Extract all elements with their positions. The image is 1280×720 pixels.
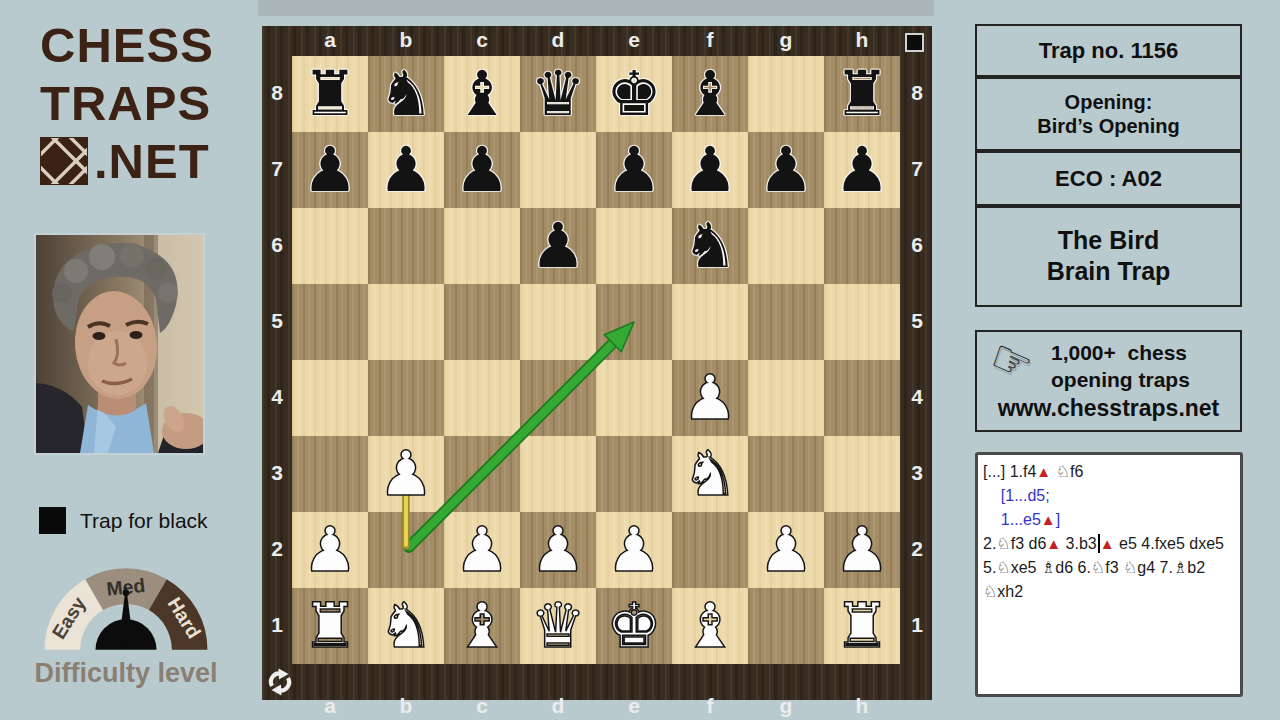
square-d4	[520, 360, 596, 436]
square-a6	[292, 208, 368, 284]
square-f4	[672, 360, 748, 436]
logo-net: .NET	[94, 132, 210, 190]
file-label-bottom-e: e	[619, 694, 649, 718]
logo-line-1: CHESS	[40, 16, 214, 74]
file-label-bottom-g: g	[771, 694, 801, 718]
square-c5	[444, 284, 520, 360]
rank-label-left-6: 6	[262, 233, 292, 257]
square-f3	[672, 436, 748, 512]
square-b2	[368, 512, 444, 588]
square-b4	[368, 360, 444, 436]
square-a2	[292, 512, 368, 588]
file-label-top-a: a	[315, 28, 345, 52]
move-text: e5 4.fxe5 dxe5	[1115, 535, 1224, 552]
square-c4	[444, 360, 520, 436]
file-label-bottom-d: d	[543, 694, 573, 718]
file-label-top-d: d	[543, 28, 573, 52]
rank-label-right-4: 4	[902, 385, 932, 409]
square-c3	[444, 436, 520, 512]
eco-box: ECO : A02	[975, 151, 1242, 206]
square-c2	[444, 512, 520, 588]
promo-box[interactable]: ☞ 1,000+ chess opening traps www.chesstr…	[975, 330, 1242, 432]
square-h6	[824, 208, 900, 284]
move-text: [...] 1.f4	[983, 463, 1036, 480]
move-line-6: ♘xh2	[983, 580, 1236, 604]
move-line-4: 2.♘f3 d6▲ 3.b3▲ e5 4.fxe5 dxe5	[983, 532, 1236, 556]
square-f1	[672, 588, 748, 664]
square-d3	[520, 436, 596, 512]
trap-title-line1: The Bird	[977, 225, 1240, 256]
square-e1	[596, 588, 672, 664]
move-text: [1...d5;	[983, 487, 1050, 504]
eco-code: ECO : A02	[1055, 166, 1162, 191]
square-g6	[748, 208, 824, 284]
opening-label: Opening:	[977, 90, 1240, 114]
opening-name: Bird’s Opening	[977, 114, 1240, 138]
trap-title-box: The Bird Brain Trap	[975, 206, 1242, 307]
move-marker-triangle: ▲	[1041, 511, 1056, 528]
promo-line-1: 1,000+ chess	[1051, 341, 1187, 365]
board-playing-area	[292, 56, 900, 664]
difficulty-label: Difficulty level	[20, 658, 232, 689]
move-text: 3.b3	[1061, 535, 1097, 552]
site-logo: CHESS TRAPS .NET	[40, 16, 214, 190]
square-b3	[368, 436, 444, 512]
black-square-icon	[39, 507, 66, 534]
move-marker-triangle: ▲	[1036, 463, 1051, 480]
move-line-2: [1...d5;	[983, 484, 1236, 508]
square-e6	[596, 208, 672, 284]
square-e5	[596, 284, 672, 360]
square-d2	[520, 512, 596, 588]
square-b6	[368, 208, 444, 284]
rank-label-right-1: 1	[902, 613, 932, 637]
square-c1	[444, 588, 520, 664]
square-d1	[520, 588, 596, 664]
rank-label-left-8: 8	[262, 81, 292, 105]
square-f6	[672, 208, 748, 284]
file-label-bottom-b: b	[391, 694, 421, 718]
move-text: ♘xh2	[983, 583, 1023, 600]
flip-board-icon[interactable]	[265, 667, 295, 697]
file-label-top-e: e	[619, 28, 649, 52]
rank-label-right-2: 2	[902, 537, 932, 561]
promo-line-2: opening traps	[1051, 368, 1190, 392]
trap-title-line2: Brain Trap	[977, 256, 1240, 287]
rank-label-right-6: 6	[902, 233, 932, 257]
chess-board: ♜♞♝♛♚♝♜♟♟♟♟♟♟♟♟♞♟♟♞♟♟♟♟♟♟♜♞♝♛♚♝♜ aabbccd…	[262, 26, 932, 700]
square-e7	[596, 132, 672, 208]
move-marker-triangle: ▲	[1046, 535, 1061, 552]
promo-url[interactable]: www.chesstraps.net	[977, 395, 1240, 422]
opening-box: Opening: Bird’s Opening	[975, 77, 1242, 151]
move-line-1: [...] 1.f4▲ ♘f6	[983, 460, 1236, 484]
square-c6	[444, 208, 520, 284]
move-text: ]	[1056, 511, 1060, 528]
square-g3	[748, 436, 824, 512]
square-a7	[292, 132, 368, 208]
square-g7	[748, 132, 824, 208]
square-c8	[444, 56, 520, 132]
square-e3	[596, 436, 672, 512]
square-h7	[824, 132, 900, 208]
presenter-photo-image	[36, 235, 203, 453]
square-d5	[520, 284, 596, 360]
move-text: 2.♘f3 d6	[983, 535, 1046, 552]
file-label-top-h: h	[847, 28, 877, 52]
move-line-5: 5.♘xe5 ♗d6 6.♘f3 ♘g4 7.♗b2	[983, 556, 1236, 580]
difficulty-gauge: Easy Med Hard	[28, 548, 224, 660]
rank-label-right-7: 7	[902, 157, 932, 181]
top-band	[258, 0, 934, 16]
square-a1	[292, 588, 368, 664]
move-text: 5.♘xe5 ♗d6 6.♘f3 ♘g4 7.♗b2	[983, 559, 1205, 576]
move-list[interactable]: [...] 1.f4▲ ♘f6 [1...d5; 1...e5▲]2.♘f3 d…	[975, 452, 1243, 697]
square-g5	[748, 284, 824, 360]
square-e4	[596, 360, 672, 436]
file-label-bottom-c: c	[467, 694, 497, 718]
trap-for-label: Trap for black	[80, 509, 208, 533]
square-b8	[368, 56, 444, 132]
rank-label-left-1: 1	[262, 613, 292, 637]
rank-label-left-7: 7	[262, 157, 292, 181]
rank-label-left-3: 3	[262, 461, 292, 485]
logo-lattice-icon	[40, 137, 88, 185]
square-h1	[824, 588, 900, 664]
square-e2	[596, 512, 672, 588]
rank-label-left-5: 5	[262, 309, 292, 333]
square-a8	[292, 56, 368, 132]
square-a3	[292, 436, 368, 512]
trap-number: Trap no. 1156	[1039, 38, 1178, 63]
trap-for-black-row: Trap for black	[39, 507, 208, 534]
trap-number-box: Trap no. 1156	[975, 24, 1242, 77]
file-label-top-f: f	[695, 28, 725, 52]
file-label-top-g: g	[771, 28, 801, 52]
square-g1	[748, 588, 824, 664]
square-d7	[520, 132, 596, 208]
square-h8	[824, 56, 900, 132]
move-text: 1...e5	[983, 511, 1041, 528]
square-a5	[292, 284, 368, 360]
square-g8	[748, 56, 824, 132]
square-c7	[444, 132, 520, 208]
move-marker-triangle: ▲	[1100, 535, 1115, 552]
move-line-3: 1...e5▲]	[983, 508, 1236, 532]
square-b1	[368, 588, 444, 664]
square-h4	[824, 360, 900, 436]
presenter-photo	[36, 235, 203, 453]
square-h2	[824, 512, 900, 588]
pointing-hand-icon: ☞	[982, 328, 1042, 394]
trap-side-marker-icon	[905, 33, 924, 52]
square-d8	[520, 56, 596, 132]
square-a4	[292, 360, 368, 436]
rank-label-right-3: 3	[902, 461, 932, 485]
square-f7	[672, 132, 748, 208]
square-h5	[824, 284, 900, 360]
square-f8	[672, 56, 748, 132]
square-g2	[748, 512, 824, 588]
file-label-bottom-h: h	[847, 694, 877, 718]
file-label-bottom-a: a	[315, 694, 345, 718]
rank-label-right-5: 5	[902, 309, 932, 333]
file-label-bottom-f: f	[695, 694, 725, 718]
square-e8	[596, 56, 672, 132]
move-text: ♘f6	[1051, 463, 1083, 480]
rank-label-left-2: 2	[262, 537, 292, 561]
logo-line-2: TRAPS	[40, 74, 214, 132]
rank-label-left-4: 4	[262, 385, 292, 409]
file-label-top-b: b	[391, 28, 421, 52]
file-label-top-c: c	[467, 28, 497, 52]
square-b5	[368, 284, 444, 360]
rank-label-right-8: 8	[902, 81, 932, 105]
square-f5	[672, 284, 748, 360]
square-d6	[520, 208, 596, 284]
square-b7	[368, 132, 444, 208]
square-g4	[748, 360, 824, 436]
square-h3	[824, 436, 900, 512]
square-f2	[672, 512, 748, 588]
